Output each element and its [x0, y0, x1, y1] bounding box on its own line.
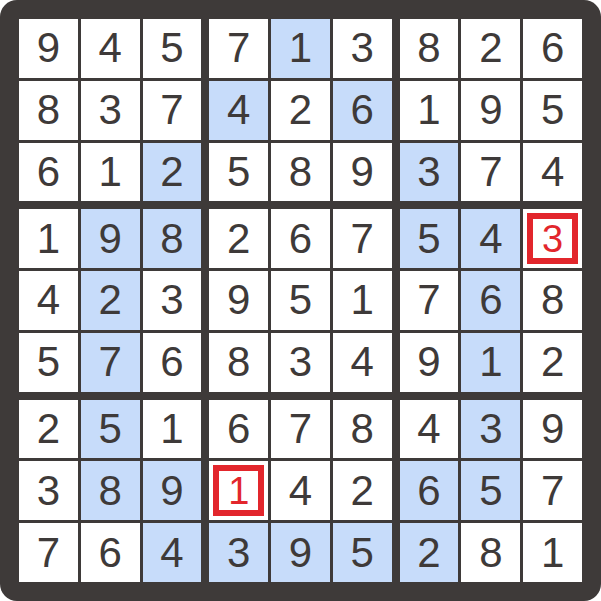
cell-r5c6[interactable]: 1	[333, 271, 392, 330]
box-2-3: 543768912	[400, 209, 582, 391]
cell-r7c5[interactable]: 7	[271, 400, 330, 459]
cell-r4c7[interactable]: 5	[400, 209, 459, 268]
box-3-2: 678142395	[209, 400, 391, 582]
cell-r8c1[interactable]: 3	[19, 461, 78, 520]
cell-r1c5[interactable]: 1	[271, 19, 330, 78]
cell-r3c5[interactable]: 8	[271, 143, 330, 202]
cell-r5c8[interactable]: 6	[461, 271, 520, 330]
cell-r7c2[interactable]: 5	[81, 400, 140, 459]
cell-r1c8[interactable]: 2	[461, 19, 520, 78]
cell-r3c2[interactable]: 1	[81, 143, 140, 202]
cell-r3c9[interactable]: 4	[523, 143, 582, 202]
cell-r9c8[interactable]: 8	[461, 523, 520, 582]
cell-r3c3[interactable]: 2	[143, 143, 202, 202]
cell-r1c3[interactable]: 5	[143, 19, 202, 78]
cell-r8c6[interactable]: 2	[333, 461, 392, 520]
red-highlight-box: 1	[213, 465, 264, 516]
cell-r2c1[interactable]: 8	[19, 81, 78, 140]
cell-r2c2[interactable]: 3	[81, 81, 140, 140]
cell-r9c3[interactable]: 4	[143, 523, 202, 582]
cell-r8c7[interactable]: 6	[400, 461, 459, 520]
box-1-3: 826195374	[400, 19, 582, 201]
sudoku-board: 9458376127134265898261953741984235762679…	[0, 0, 601, 601]
cell-r7c8[interactable]: 3	[461, 400, 520, 459]
cell-r1c4[interactable]: 7	[209, 19, 268, 78]
cell-r6c4[interactable]: 8	[209, 333, 268, 392]
cell-r9c5[interactable]: 9	[271, 523, 330, 582]
cell-r4c9[interactable]: 3	[523, 209, 582, 268]
cell-r6c6[interactable]: 4	[333, 333, 392, 392]
cell-r2c3[interactable]: 7	[143, 81, 202, 140]
box-1-1: 945837612	[19, 19, 201, 201]
cell-r8c9[interactable]: 7	[523, 461, 582, 520]
cell-r5c3[interactable]: 3	[143, 271, 202, 330]
cell-r4c1[interactable]: 1	[19, 209, 78, 268]
cell-r3c4[interactable]: 5	[209, 143, 268, 202]
cell-r7c7[interactable]: 4	[400, 400, 459, 459]
cell-r9c6[interactable]: 5	[333, 523, 392, 582]
sudoku-grid: 9458376127134265898261953741984235762679…	[19, 19, 582, 582]
cell-r1c9[interactable]: 6	[523, 19, 582, 78]
box-3-3: 439657281	[400, 400, 582, 582]
cell-r7c3[interactable]: 1	[143, 400, 202, 459]
cell-r4c8[interactable]: 4	[461, 209, 520, 268]
cell-r7c9[interactable]: 9	[523, 400, 582, 459]
cell-r3c7[interactable]: 3	[400, 143, 459, 202]
cell-r8c3[interactable]: 9	[143, 461, 202, 520]
cell-r3c8[interactable]: 7	[461, 143, 520, 202]
cell-r5c2[interactable]: 2	[81, 271, 140, 330]
box-2-2: 267951834	[209, 209, 391, 391]
cell-r7c1[interactable]: 2	[19, 400, 78, 459]
box-3-1: 251389764	[19, 400, 201, 582]
box-2-1: 198423576	[19, 209, 201, 391]
cell-r1c1[interactable]: 9	[19, 19, 78, 78]
red-highlight-box: 3	[527, 213, 578, 264]
cell-r2c4[interactable]: 4	[209, 81, 268, 140]
cell-r6c5[interactable]: 3	[271, 333, 330, 392]
cell-r8c4[interactable]: 1	[209, 461, 268, 520]
cell-r2c7[interactable]: 1	[400, 81, 459, 140]
cell-r5c7[interactable]: 7	[400, 271, 459, 330]
cell-r1c2[interactable]: 4	[81, 19, 140, 78]
cell-r8c8[interactable]: 5	[461, 461, 520, 520]
cell-r7c6[interactable]: 8	[333, 400, 392, 459]
cell-r4c5[interactable]: 6	[271, 209, 330, 268]
cell-r4c2[interactable]: 9	[81, 209, 140, 268]
cell-r2c5[interactable]: 2	[271, 81, 330, 140]
cell-r4c4[interactable]: 2	[209, 209, 268, 268]
cell-r6c3[interactable]: 6	[143, 333, 202, 392]
cell-r5c5[interactable]: 5	[271, 271, 330, 330]
cell-r9c1[interactable]: 7	[19, 523, 78, 582]
cell-r4c6[interactable]: 7	[333, 209, 392, 268]
cell-r2c9[interactable]: 5	[523, 81, 582, 140]
cell-r5c4[interactable]: 9	[209, 271, 268, 330]
cell-r9c2[interactable]: 6	[81, 523, 140, 582]
cell-r9c7[interactable]: 2	[400, 523, 459, 582]
cell-r2c8[interactable]: 9	[461, 81, 520, 140]
cell-r1c7[interactable]: 8	[400, 19, 459, 78]
box-1-2: 713426589	[209, 19, 391, 201]
cell-r5c9[interactable]: 8	[523, 271, 582, 330]
cell-r3c1[interactable]: 6	[19, 143, 78, 202]
cell-r6c8[interactable]: 1	[461, 333, 520, 392]
cell-r7c4[interactable]: 6	[209, 400, 268, 459]
cell-r3c6[interactable]: 9	[333, 143, 392, 202]
cell-r5c1[interactable]: 4	[19, 271, 78, 330]
cell-r9c4[interactable]: 3	[209, 523, 268, 582]
cell-r8c2[interactable]: 8	[81, 461, 140, 520]
cell-r9c9[interactable]: 1	[523, 523, 582, 582]
cell-r6c1[interactable]: 5	[19, 333, 78, 392]
cell-r4c3[interactable]: 8	[143, 209, 202, 268]
cell-r6c7[interactable]: 9	[400, 333, 459, 392]
cell-r6c2[interactable]: 7	[81, 333, 140, 392]
cell-r1c6[interactable]: 3	[333, 19, 392, 78]
cell-r6c9[interactable]: 2	[523, 333, 582, 392]
cell-r8c5[interactable]: 4	[271, 461, 330, 520]
cell-r2c6[interactable]: 6	[333, 81, 392, 140]
